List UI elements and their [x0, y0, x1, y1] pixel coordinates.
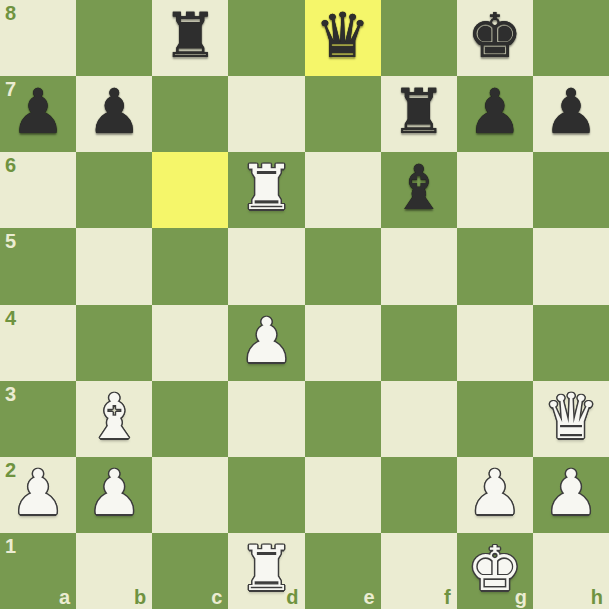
- square-d3[interactable]: [228, 381, 304, 457]
- square-g2[interactable]: ♟: [457, 457, 533, 533]
- square-f5[interactable]: [381, 228, 457, 304]
- file-label-h: h: [591, 587, 603, 607]
- square-h8[interactable]: [533, 0, 609, 76]
- square-a5[interactable]: 5: [0, 228, 76, 304]
- square-a1[interactable]: 1a: [0, 533, 76, 609]
- square-g5[interactable]: [457, 228, 533, 304]
- square-f2[interactable]: [381, 457, 457, 533]
- file-label-b: b: [134, 587, 146, 607]
- square-g3[interactable]: [457, 381, 533, 457]
- square-f7[interactable]: ♜: [381, 76, 457, 152]
- white-pawn[interactable]: ♟: [543, 462, 599, 524]
- square-d5[interactable]: [228, 228, 304, 304]
- square-d8[interactable]: [228, 0, 304, 76]
- square-c3[interactable]: [152, 381, 228, 457]
- square-a3[interactable]: 3: [0, 381, 76, 457]
- rank-label-1: 1: [5, 536, 16, 556]
- square-d7[interactable]: [228, 76, 304, 152]
- black-queen[interactable]: ♛: [315, 5, 371, 67]
- rank-label-3: 3: [5, 384, 16, 404]
- square-d6[interactable]: ♜: [228, 152, 304, 228]
- square-g4[interactable]: [457, 305, 533, 381]
- white-bishop[interactable]: ♝: [86, 386, 142, 448]
- square-a2[interactable]: 2♟: [0, 457, 76, 533]
- square-d2[interactable]: [228, 457, 304, 533]
- square-b6[interactable]: [76, 152, 152, 228]
- square-c6[interactable]: [152, 152, 228, 228]
- square-g1[interactable]: g♚: [457, 533, 533, 609]
- square-e2[interactable]: [305, 457, 381, 533]
- square-f1[interactable]: f: [381, 533, 457, 609]
- square-g8[interactable]: ♚: [457, 0, 533, 76]
- white-pawn[interactable]: ♟: [467, 462, 523, 524]
- square-d1[interactable]: d♜: [228, 533, 304, 609]
- square-c7[interactable]: [152, 76, 228, 152]
- square-d4[interactable]: ♟: [228, 305, 304, 381]
- square-e6[interactable]: [305, 152, 381, 228]
- square-c1[interactable]: c: [152, 533, 228, 609]
- square-h3[interactable]: ♛: [533, 381, 609, 457]
- file-label-a: a: [59, 587, 70, 607]
- square-f6[interactable]: ♝: [381, 152, 457, 228]
- square-c2[interactable]: [152, 457, 228, 533]
- square-e1[interactable]: e: [305, 533, 381, 609]
- square-h6[interactable]: [533, 152, 609, 228]
- square-e7[interactable]: [305, 76, 381, 152]
- square-e4[interactable]: [305, 305, 381, 381]
- square-c4[interactable]: [152, 305, 228, 381]
- square-a4[interactable]: 4: [0, 305, 76, 381]
- square-f4[interactable]: [381, 305, 457, 381]
- square-b8[interactable]: [76, 0, 152, 76]
- black-pawn[interactable]: ♟: [10, 81, 66, 143]
- white-rook[interactable]: ♜: [239, 538, 295, 600]
- rank-label-6: 6: [5, 155, 16, 175]
- square-b1[interactable]: b: [76, 533, 152, 609]
- white-rook[interactable]: ♜: [239, 157, 295, 219]
- chess-board: 8♜♛♚7♟♟♜♟♟6♜♝54♟3♝♛2♟♟♟♟1abcd♜efg♚h: [0, 0, 609, 609]
- square-b4[interactable]: [76, 305, 152, 381]
- white-king[interactable]: ♚: [467, 538, 523, 600]
- square-f3[interactable]: [381, 381, 457, 457]
- rank-label-8: 8: [5, 3, 16, 23]
- file-label-f: f: [444, 587, 451, 607]
- square-a7[interactable]: 7♟: [0, 76, 76, 152]
- square-h2[interactable]: ♟: [533, 457, 609, 533]
- square-h4[interactable]: [533, 305, 609, 381]
- square-h1[interactable]: h: [533, 533, 609, 609]
- square-b2[interactable]: ♟: [76, 457, 152, 533]
- square-e5[interactable]: [305, 228, 381, 304]
- square-f8[interactable]: [381, 0, 457, 76]
- square-b3[interactable]: ♝: [76, 381, 152, 457]
- rank-label-4: 4: [5, 308, 16, 328]
- white-pawn[interactable]: ♟: [239, 310, 295, 372]
- square-b5[interactable]: [76, 228, 152, 304]
- square-h5[interactable]: [533, 228, 609, 304]
- square-g6[interactable]: [457, 152, 533, 228]
- black-bishop[interactable]: ♝: [391, 157, 447, 219]
- file-label-e: e: [364, 587, 375, 607]
- black-rook[interactable]: ♜: [391, 81, 447, 143]
- white-queen[interactable]: ♛: [543, 386, 599, 448]
- file-label-c: c: [211, 587, 222, 607]
- square-c8[interactable]: ♜: [152, 0, 228, 76]
- square-g7[interactable]: ♟: [457, 76, 533, 152]
- square-e3[interactable]: [305, 381, 381, 457]
- square-a8[interactable]: 8: [0, 0, 76, 76]
- square-b7[interactable]: ♟: [76, 76, 152, 152]
- square-h7[interactable]: ♟: [533, 76, 609, 152]
- black-king[interactable]: ♚: [467, 5, 523, 67]
- black-rook[interactable]: ♜: [163, 5, 219, 67]
- black-pawn[interactable]: ♟: [543, 81, 599, 143]
- square-e8[interactable]: ♛: [305, 0, 381, 76]
- white-pawn[interactable]: ♟: [86, 462, 142, 524]
- black-pawn[interactable]: ♟: [86, 81, 142, 143]
- black-pawn[interactable]: ♟: [467, 81, 523, 143]
- rank-label-5: 5: [5, 231, 16, 251]
- square-a6[interactable]: 6: [0, 152, 76, 228]
- white-pawn[interactable]: ♟: [10, 462, 66, 524]
- square-c5[interactable]: [152, 228, 228, 304]
